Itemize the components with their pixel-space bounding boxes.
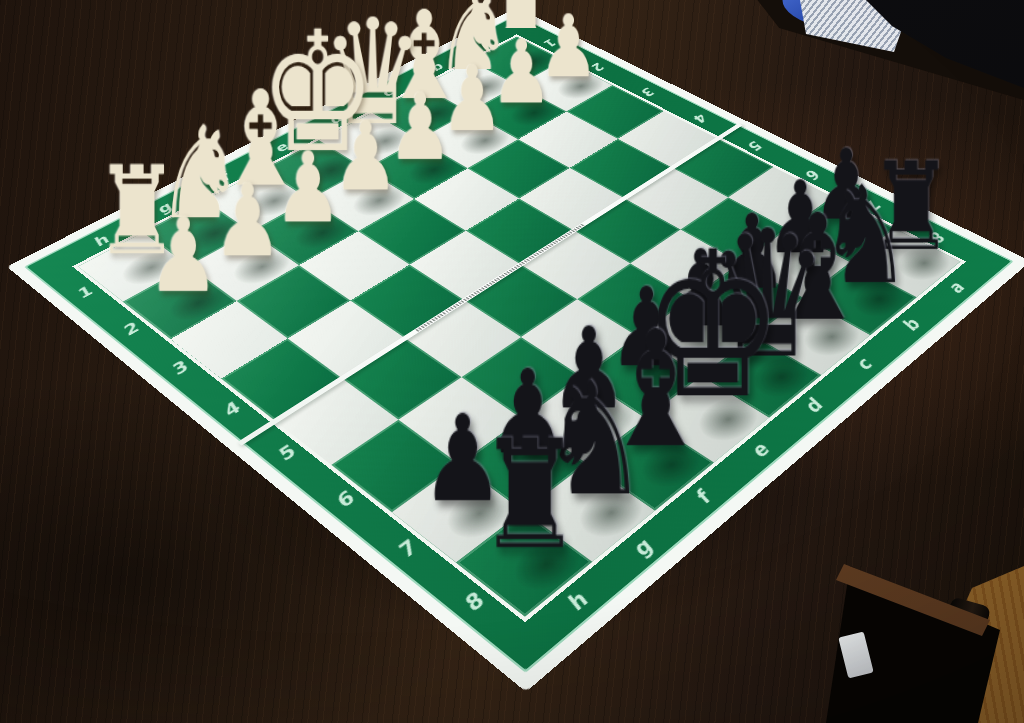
- black-rook-h8[interactable]: ♜: [431, 424, 629, 567]
- board-scene: 12345678 12345678 hgfedcba hgfedcba ♜♞♝♚…: [0, 0, 1024, 723]
- square-d4[interactable]: [466, 198, 573, 264]
- chess-board: 12345678 12345678 hgfedcba hgfedcba ♜♞♝♚…: [7, 8, 1024, 692]
- photo-stage: 12345678 12345678 hgfedcba hgfedcba ♜♞♝♚…: [0, 0, 1024, 723]
- white-pawn-h2[interactable]: ♟: [101, 206, 266, 304]
- board-grid: ♜♞♝♚♛♝♞♜♟♟♟♟♟♟♟♟♟♟♟♟♟♟♟♟♜♞♝♚♛♝♞♜: [78, 37, 960, 617]
